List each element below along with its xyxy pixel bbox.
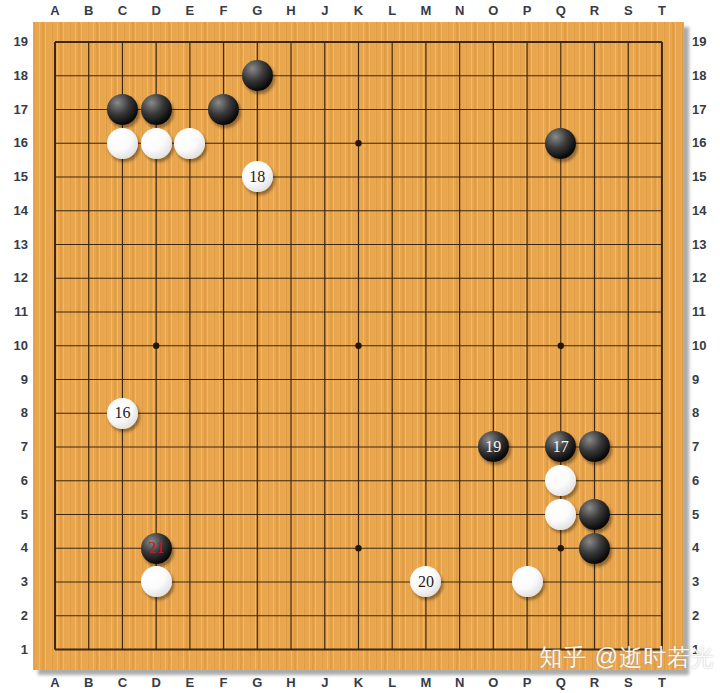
black-stone-R7 <box>579 431 610 462</box>
col-label-bottom-P: P <box>515 675 539 691</box>
white-stone-M3: 20 <box>410 566 441 597</box>
row-label-right-15: 15 <box>692 169 718 185</box>
col-label-bottom-H: H <box>279 675 303 691</box>
col-label-bottom-L: L <box>380 675 404 691</box>
row-label-left-5: 5 <box>2 507 28 523</box>
row-label-right-14: 14 <box>692 203 718 219</box>
col-label-bottom-Q: Q <box>549 675 573 691</box>
col-label-top-R: R <box>583 3 607 19</box>
row-label-right-4: 4 <box>692 540 718 556</box>
white-stone-D16 <box>141 128 172 159</box>
col-label-top-P: P <box>515 3 539 19</box>
col-label-bottom-O: O <box>481 675 505 691</box>
row-label-left-10: 10 <box>2 338 28 354</box>
col-label-bottom-G: G <box>245 675 269 691</box>
row-label-left-3: 3 <box>2 574 28 590</box>
row-label-right-9: 9 <box>692 372 718 388</box>
row-label-left-12: 12 <box>2 270 28 286</box>
move-number: 16 <box>114 405 130 421</box>
move-number: 21 <box>148 540 164 556</box>
col-label-top-S: S <box>616 3 640 19</box>
black-stone-Q16 <box>545 128 576 159</box>
row-label-right-17: 17 <box>692 102 718 118</box>
col-label-top-D: D <box>144 3 168 19</box>
row-label-left-7: 7 <box>2 439 28 455</box>
row-label-left-2: 2 <box>2 608 28 624</box>
black-stone-R4 <box>579 533 610 564</box>
white-stone-Q5 <box>545 499 576 530</box>
row-label-right-10: 10 <box>692 338 718 354</box>
col-label-top-G: G <box>245 3 269 19</box>
row-label-left-15: 15 <box>2 169 28 185</box>
col-label-top-J: J <box>313 3 337 19</box>
col-label-bottom-E: E <box>178 675 202 691</box>
row-label-left-17: 17 <box>2 102 28 118</box>
col-label-bottom-F: F <box>212 675 236 691</box>
go-board: 181619172120 <box>33 22 684 670</box>
row-label-right-18: 18 <box>692 68 718 84</box>
white-stone-Q6 <box>545 465 576 496</box>
go-diagram: ABCDEFGHJKLMNOPQRST ABCDEFGHJKLMNOPQRST … <box>0 0 720 693</box>
row-label-left-9: 9 <box>2 372 28 388</box>
black-stone-C17 <box>107 94 138 125</box>
row-label-left-13: 13 <box>2 237 28 253</box>
move-number: 20 <box>418 574 434 590</box>
col-label-top-M: M <box>414 3 438 19</box>
white-stone-G15: 18 <box>242 161 273 192</box>
black-stone-O7: 19 <box>478 431 509 462</box>
col-label-top-H: H <box>279 3 303 19</box>
col-label-bottom-B: B <box>77 675 101 691</box>
row-label-right-7: 7 <box>692 439 718 455</box>
row-label-left-14: 14 <box>2 203 28 219</box>
col-label-top-B: B <box>77 3 101 19</box>
move-number: 18 <box>249 169 265 185</box>
row-label-right-8: 8 <box>692 405 718 421</box>
col-label-top-T: T <box>650 3 674 19</box>
black-stone-D17 <box>141 94 172 125</box>
col-label-bottom-S: S <box>616 675 640 691</box>
col-label-top-E: E <box>178 3 202 19</box>
row-label-left-11: 11 <box>2 304 28 320</box>
black-stone-D4: 21 <box>141 533 172 564</box>
col-label-bottom-K: K <box>346 675 370 691</box>
col-label-top-A: A <box>43 3 67 19</box>
row-label-right-16: 16 <box>692 135 718 151</box>
white-stone-D3 <box>141 566 172 597</box>
col-label-bottom-C: C <box>110 675 134 691</box>
col-label-top-O: O <box>481 3 505 19</box>
black-stone-R5 <box>579 499 610 530</box>
col-label-bottom-J: J <box>313 675 337 691</box>
col-label-top-K: K <box>346 3 370 19</box>
col-label-top-C: C <box>110 3 134 19</box>
row-label-right-5: 5 <box>692 507 718 523</box>
col-label-top-Q: Q <box>549 3 573 19</box>
stones-grid: 181619172120 <box>38 25 679 666</box>
col-label-bottom-D: D <box>144 675 168 691</box>
black-stone-G18 <box>242 60 273 91</box>
col-label-bottom-T: T <box>650 675 674 691</box>
white-stone-C8: 16 <box>107 398 138 429</box>
row-label-left-19: 19 <box>2 34 28 50</box>
col-label-top-F: F <box>212 3 236 19</box>
row-label-left-16: 16 <box>2 135 28 151</box>
white-stone-P3 <box>512 566 543 597</box>
col-label-bottom-A: A <box>43 675 67 691</box>
move-number: 19 <box>485 439 501 455</box>
row-label-left-1: 1 <box>2 642 28 658</box>
col-label-bottom-M: M <box>414 675 438 691</box>
move-number: 17 <box>553 439 569 455</box>
row-label-left-6: 6 <box>2 473 28 489</box>
black-stone-Q7: 17 <box>545 431 576 462</box>
row-label-right-12: 12 <box>692 270 718 286</box>
row-label-right-3: 3 <box>692 574 718 590</box>
col-label-top-L: L <box>380 3 404 19</box>
row-label-right-19: 19 <box>692 34 718 50</box>
row-label-right-11: 11 <box>692 304 718 320</box>
row-label-right-2: 2 <box>692 608 718 624</box>
white-stone-C16 <box>107 128 138 159</box>
row-label-right-13: 13 <box>692 237 718 253</box>
col-label-bottom-R: R <box>583 675 607 691</box>
col-label-bottom-N: N <box>448 675 472 691</box>
row-label-left-18: 18 <box>2 68 28 84</box>
black-stone-F17 <box>208 94 239 125</box>
row-label-left-8: 8 <box>2 405 28 421</box>
row-label-left-4: 4 <box>2 540 28 556</box>
col-label-top-N: N <box>448 3 472 19</box>
watermark: 知乎 @逝时若光 <box>539 642 715 673</box>
row-label-right-6: 6 <box>692 473 718 489</box>
white-stone-E16 <box>174 128 205 159</box>
